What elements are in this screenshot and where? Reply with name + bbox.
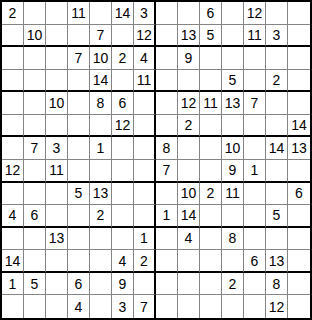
cell-r9c6[interactable] [112,183,134,206]
cell-r11c11[interactable]: 8 [222,228,244,251]
cell-r11c5[interactable] [90,228,112,251]
cell-r6c12[interactable] [244,115,266,138]
cell-r14c4[interactable]: 4 [68,295,90,318]
cell-r3c13[interactable] [266,47,288,70]
cell-r2c9[interactable]: 13 [178,25,200,48]
cell-r8c13[interactable] [266,160,288,183]
cell-r2c7[interactable]: 12 [134,25,156,48]
cell-r6c10[interactable] [200,115,222,138]
cell-r11c14[interactable] [288,228,310,251]
cell-r2c3[interactable] [46,25,68,48]
cell-r4c1[interactable] [2,70,24,93]
cell-r8c3[interactable]: 11 [46,160,68,183]
cell-r10c9[interactable]: 14 [178,205,200,228]
cell-r11c2[interactable] [24,228,46,251]
cell-r13c8[interactable] [156,273,178,296]
cell-r7c10[interactable] [200,137,222,160]
cell-r2c14[interactable] [288,25,310,48]
cell-r5c6[interactable]: 6 [112,92,134,115]
cell-r1c10[interactable]: 6 [200,2,222,25]
cell-r8c14[interactable] [288,160,310,183]
cell-r6c2[interactable] [24,115,46,138]
cell-r5c7[interactable] [134,92,156,115]
cell-r5c11[interactable]: 13 [222,92,244,115]
cell-r3c4[interactable]: 7 [68,47,90,70]
cell-r3c3[interactable] [46,47,68,70]
cell-r6c4[interactable] [68,115,90,138]
cell-r10c1[interactable]: 4 [2,205,24,228]
cell-r4c7[interactable]: 11 [134,70,156,93]
cell-r1c3[interactable] [46,2,68,25]
cell-r9c8[interactable] [156,183,178,206]
cell-r4c12[interactable] [244,70,266,93]
cell-r1c4[interactable]: 11 [68,2,90,25]
cell-r13c13[interactable]: 8 [266,273,288,296]
cell-r6c9[interactable]: 2 [178,115,200,138]
cell-r10c11[interactable] [222,205,244,228]
cell-r4c3[interactable] [46,70,68,93]
cell-r14c14[interactable] [288,295,310,318]
cell-r5c13[interactable] [266,92,288,115]
cell-r7c9[interactable] [178,137,200,160]
cell-r4c14[interactable] [288,70,310,93]
cell-r10c13[interactable]: 5 [266,205,288,228]
cell-r7c7[interactable] [134,137,156,160]
cell-r5c3[interactable]: 10 [46,92,68,115]
cell-r2c12[interactable]: 11 [244,25,266,48]
cell-r8c1[interactable]: 12 [2,160,24,183]
cell-r13c11[interactable]: 2 [222,273,244,296]
cell-r7c5[interactable]: 1 [90,137,112,160]
cell-r4c13[interactable]: 2 [266,70,288,93]
cell-r5c14[interactable] [288,92,310,115]
cell-r9c13[interactable] [266,183,288,206]
cell-r9c5[interactable]: 13 [90,183,112,206]
cell-r11c6[interactable] [112,228,134,251]
cell-r6c5[interactable] [90,115,112,138]
cell-r4c5[interactable]: 14 [90,70,112,93]
cell-r1c8[interactable] [156,2,178,25]
cell-r6c11[interactable] [222,115,244,138]
cell-r2c1[interactable] [2,25,24,48]
cell-r9c12[interactable] [244,183,266,206]
cell-r12c10[interactable] [200,250,222,273]
cell-r5c4[interactable] [68,92,90,115]
cell-r11c1[interactable] [2,228,24,251]
cell-r14c3[interactable] [46,295,68,318]
cell-r10c14[interactable] [288,205,310,228]
cell-r14c11[interactable] [222,295,244,318]
cell-r3c5[interactable]: 10 [90,47,112,70]
cell-r2c4[interactable] [68,25,90,48]
cell-r3c6[interactable]: 2 [112,47,134,70]
cell-r10c12[interactable] [244,205,266,228]
cell-r8c8[interactable]: 7 [156,160,178,183]
cell-r11c13[interactable] [266,228,288,251]
cell-r7c12[interactable] [244,137,266,160]
cell-r8c2[interactable] [24,160,46,183]
cell-r7c14[interactable]: 13 [288,137,310,160]
cell-r5c1[interactable] [2,92,24,115]
cell-r13c12[interactable] [244,273,266,296]
cell-r7c11[interactable]: 10 [222,137,244,160]
cell-r1c9[interactable] [178,2,200,25]
cell-r3c2[interactable] [24,47,46,70]
cell-r12c1[interactable]: 14 [2,250,24,273]
cell-r5c9[interactable]: 12 [178,92,200,115]
cell-r3c12[interactable] [244,47,266,70]
cell-r14c8[interactable] [156,295,178,318]
cell-r2c6[interactable] [112,25,134,48]
cell-r12c8[interactable] [156,250,178,273]
cell-r3c7[interactable]: 4 [134,47,156,70]
cell-r14c9[interactable] [178,295,200,318]
cell-r2c11[interactable] [222,25,244,48]
cell-r2c13[interactable]: 3 [266,25,288,48]
cell-r6c13[interactable] [266,115,288,138]
cell-r14c5[interactable] [90,295,112,318]
cell-r13c5[interactable] [90,273,112,296]
cell-r11c12[interactable] [244,228,266,251]
cell-r1c13[interactable] [266,2,288,25]
cell-r1c14[interactable] [288,2,310,25]
cell-r10c4[interactable] [68,205,90,228]
cell-r12c14[interactable] [288,250,310,273]
cell-r1c7[interactable]: 3 [134,2,156,25]
cell-r6c7[interactable] [134,115,156,138]
cell-r8c6[interactable] [112,160,134,183]
cell-r11c3[interactable]: 13 [46,228,68,251]
cell-r1c6[interactable]: 14 [112,2,134,25]
cell-r14c7[interactable]: 7 [134,295,156,318]
cell-r1c12[interactable]: 12 [244,2,266,25]
cell-r14c6[interactable]: 3 [112,295,134,318]
cell-r5c12[interactable]: 7 [244,92,266,115]
cell-r1c5[interactable] [90,2,112,25]
cell-r14c1[interactable] [2,295,24,318]
cell-r12c7[interactable]: 2 [134,250,156,273]
cell-r9c3[interactable] [46,183,68,206]
cell-r9c4[interactable]: 5 [68,183,90,206]
cell-r11c7[interactable]: 1 [134,228,156,251]
cell-r14c10[interactable] [200,295,222,318]
cell-r11c8[interactable] [156,228,178,251]
cell-r8c10[interactable] [200,160,222,183]
cell-r7c13[interactable]: 14 [266,137,288,160]
cell-r4c8[interactable] [156,70,178,93]
cell-r3c11[interactable] [222,47,244,70]
cell-r10c5[interactable]: 2 [90,205,112,228]
cell-r7c8[interactable]: 8 [156,137,178,160]
cell-r14c2[interactable] [24,295,46,318]
cell-r3c8[interactable] [156,47,178,70]
cell-r14c13[interactable]: 12 [266,295,288,318]
cell-r5c2[interactable] [24,92,46,115]
cell-r11c10[interactable] [200,228,222,251]
cell-r10c7[interactable] [134,205,156,228]
cell-r6c1[interactable] [2,115,24,138]
cell-r13c1[interactable]: 1 [2,273,24,296]
cell-r9c7[interactable] [134,183,156,206]
cell-r3c9[interactable]: 9 [178,47,200,70]
cell-r2c8[interactable] [156,25,178,48]
cell-r10c8[interactable]: 1 [156,205,178,228]
cell-r12c4[interactable] [68,250,90,273]
cell-r12c5[interactable] [90,250,112,273]
cell-r6c3[interactable] [46,115,68,138]
cell-r1c11[interactable] [222,2,244,25]
cell-r4c2[interactable] [24,70,46,93]
cell-r12c3[interactable] [46,250,68,273]
cell-r9c2[interactable] [24,183,46,206]
cell-r10c3[interactable] [46,205,68,228]
cell-r8c12[interactable]: 1 [244,160,266,183]
cell-r9c10[interactable]: 2 [200,183,222,206]
cell-r2c5[interactable]: 7 [90,25,112,48]
cell-r5c5[interactable]: 8 [90,92,112,115]
cell-r4c10[interactable] [200,70,222,93]
cell-r13c9[interactable] [178,273,200,296]
cell-r13c6[interactable]: 9 [112,273,134,296]
cell-r11c9[interactable]: 4 [178,228,200,251]
cell-r4c9[interactable] [178,70,200,93]
cell-r3c10[interactable] [200,47,222,70]
cell-r9c1[interactable] [2,183,24,206]
cell-r3c14[interactable] [288,47,310,70]
cell-r9c14[interactable]: 6 [288,183,310,206]
cell-r8c11[interactable]: 9 [222,160,244,183]
cell-r10c10[interactable] [200,205,222,228]
cell-r5c10[interactable]: 11 [200,92,222,115]
cell-r9c11[interactable]: 11 [222,183,244,206]
cell-r8c7[interactable] [134,160,156,183]
cell-r1c1[interactable]: 2 [2,2,24,25]
cell-r7c6[interactable] [112,137,134,160]
cell-r8c5[interactable] [90,160,112,183]
cell-r3c1[interactable] [2,47,24,70]
cell-r6c6[interactable]: 12 [112,115,134,138]
cell-r6c14[interactable]: 14 [288,115,310,138]
cell-r8c4[interactable] [68,160,90,183]
cell-r4c11[interactable]: 5 [222,70,244,93]
cell-r5c8[interactable] [156,92,178,115]
cell-r6c8[interactable] [156,115,178,138]
cell-r11c4[interactable] [68,228,90,251]
cell-r2c2[interactable]: 10 [24,25,46,48]
cell-r2c10[interactable]: 5 [200,25,222,48]
cell-r7c2[interactable]: 7 [24,137,46,160]
cell-r13c2[interactable]: 5 [24,273,46,296]
cell-r13c7[interactable] [134,273,156,296]
cell-r13c4[interactable]: 6 [68,273,90,296]
cell-r12c11[interactable] [222,250,244,273]
cell-r14c12[interactable] [244,295,266,318]
cell-r12c6[interactable]: 4 [112,250,134,273]
cell-r4c6[interactable] [112,70,134,93]
cell-r4c4[interactable] [68,70,90,93]
cell-r10c6[interactable] [112,205,134,228]
cell-r1c2[interactable] [24,2,46,25]
cell-r13c10[interactable] [200,273,222,296]
cell-r12c2[interactable] [24,250,46,273]
cell-r12c9[interactable] [178,250,200,273]
cell-r12c13[interactable]: 13 [266,250,288,273]
cell-r7c1[interactable] [2,137,24,160]
cell-r12c12[interactable]: 6 [244,250,266,273]
cell-r7c3[interactable]: 3 [46,137,68,160]
cell-r10c2[interactable]: 6 [24,205,46,228]
sudoku-board: 2111436121071213511371024914115210861211… [0,0,312,320]
cell-r13c14[interactable] [288,273,310,296]
cell-r8c9[interactable] [178,160,200,183]
cell-r9c9[interactable]: 10 [178,183,200,206]
cell-r7c4[interactable] [68,137,90,160]
cell-r13c3[interactable] [46,273,68,296]
